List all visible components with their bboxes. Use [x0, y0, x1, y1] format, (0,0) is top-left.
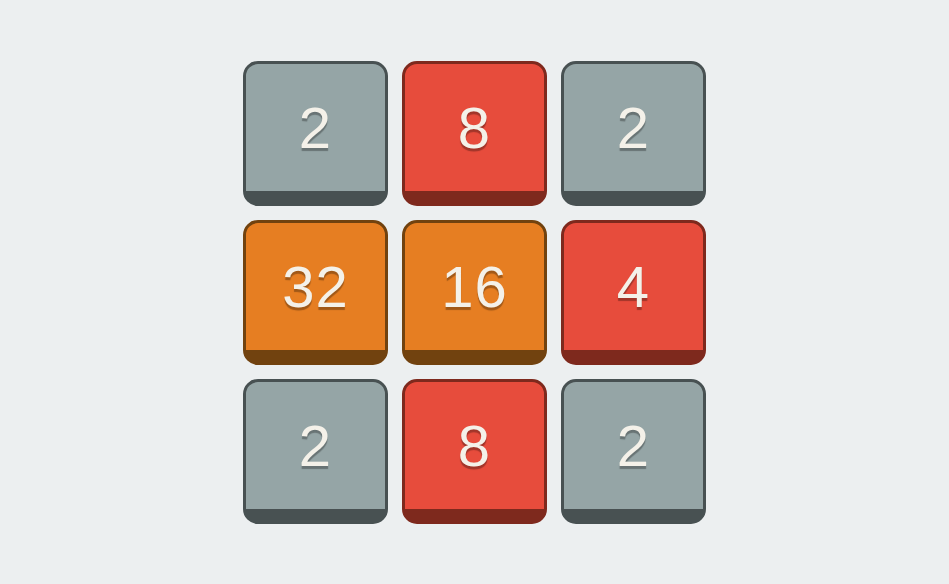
- tile-value: 2: [299, 99, 332, 157]
- tile-value: 8: [458, 417, 491, 475]
- tile-r3c1-2[interactable]: 2: [243, 379, 388, 524]
- tile-value: 2: [299, 417, 332, 475]
- tile-r1c1-2[interactable]: 2: [243, 61, 388, 206]
- tile-value: 2: [617, 417, 650, 475]
- tile-r2c2-16[interactable]: 16: [402, 220, 547, 365]
- tile-r2c1-32[interactable]: 32: [243, 220, 388, 365]
- tile-value: 16: [441, 258, 508, 316]
- tile-r3c3-2[interactable]: 2: [561, 379, 706, 524]
- tile-r3c2-8[interactable]: 8: [402, 379, 547, 524]
- game-board[interactable]: 28232164282: [243, 61, 706, 524]
- tile-value: 32: [282, 258, 349, 316]
- tile-value: 2: [617, 99, 650, 157]
- tile-r1c2-8[interactable]: 8: [402, 61, 547, 206]
- tile-r2c3-4[interactable]: 4: [561, 220, 706, 365]
- tile-r1c3-2[interactable]: 2: [561, 61, 706, 206]
- tile-value: 8: [458, 99, 491, 157]
- tile-value: 4: [617, 258, 650, 316]
- game-stage: 28232164282: [0, 0, 949, 584]
